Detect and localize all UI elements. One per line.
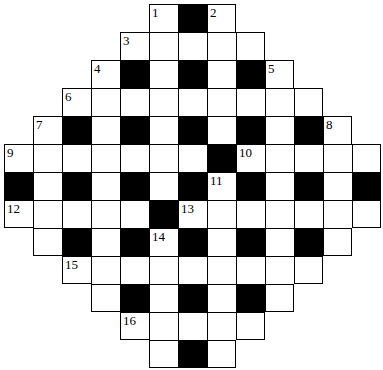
white-cell[interactable] <box>149 32 178 60</box>
white-cell[interactable] <box>91 228 120 256</box>
white-cell[interactable] <box>236 32 265 60</box>
white-cell[interactable]: 2 <box>207 4 236 32</box>
black-cell <box>149 200 178 228</box>
black-cell <box>294 172 323 200</box>
white-cell[interactable]: 1 <box>149 4 178 32</box>
white-cell[interactable] <box>265 256 294 284</box>
white-cell[interactable] <box>33 144 62 172</box>
black-cell <box>178 228 207 256</box>
black-cell <box>120 172 149 200</box>
black-cell <box>294 116 323 144</box>
white-cell[interactable] <box>207 340 236 368</box>
white-cell[interactable]: 11 <box>207 172 236 200</box>
clue-number: 2 <box>210 6 217 19</box>
black-cell <box>236 60 265 88</box>
black-cell <box>62 172 91 200</box>
white-cell[interactable] <box>236 312 265 340</box>
clue-number: 10 <box>239 146 252 159</box>
white-cell[interactable]: 4 <box>91 60 120 88</box>
white-cell[interactable] <box>149 88 178 116</box>
white-cell[interactable] <box>207 88 236 116</box>
black-cell <box>178 60 207 88</box>
white-cell[interactable] <box>62 200 91 228</box>
white-cell[interactable] <box>178 144 207 172</box>
white-cell[interactable]: 13 <box>178 200 207 228</box>
clue-number: 16 <box>123 314 136 327</box>
clue-number: 5 <box>268 62 275 75</box>
white-cell[interactable] <box>149 172 178 200</box>
white-cell[interactable] <box>323 228 352 256</box>
white-cell[interactable] <box>207 116 236 144</box>
white-cell[interactable] <box>62 144 91 172</box>
white-cell[interactable] <box>236 256 265 284</box>
white-cell[interactable] <box>352 144 381 172</box>
white-cell[interactable] <box>265 88 294 116</box>
clue-number: 11 <box>210 174 223 187</box>
white-cell[interactable] <box>33 172 62 200</box>
black-cell <box>120 60 149 88</box>
black-cell <box>207 144 236 172</box>
white-cell[interactable] <box>91 144 120 172</box>
black-cell <box>236 284 265 312</box>
crossword-page: 12345678910111213141516 <box>0 0 383 370</box>
white-cell[interactable]: 5 <box>265 60 294 88</box>
black-cell <box>178 340 207 368</box>
white-cell[interactable] <box>294 144 323 172</box>
white-cell[interactable] <box>207 312 236 340</box>
white-cell[interactable] <box>91 256 120 284</box>
black-cell <box>236 228 265 256</box>
white-cell[interactable] <box>120 200 149 228</box>
clue-number: 8 <box>326 118 333 131</box>
black-cell <box>236 116 265 144</box>
black-cell <box>178 4 207 32</box>
white-cell[interactable] <box>294 88 323 116</box>
white-cell[interactable] <box>265 172 294 200</box>
white-cell[interactable] <box>149 256 178 284</box>
clue-number: 13 <box>181 202 194 215</box>
clue-number: 12 <box>7 202 20 215</box>
black-cell <box>120 116 149 144</box>
white-cell[interactable] <box>207 284 236 312</box>
white-cell[interactable]: 16 <box>120 312 149 340</box>
white-cell[interactable] <box>265 116 294 144</box>
black-cell <box>352 172 381 200</box>
crossword-board: 12345678910111213141516 <box>4 4 381 368</box>
white-cell[interactable]: 7 <box>33 116 62 144</box>
white-cell[interactable] <box>149 340 178 368</box>
white-cell[interactable] <box>149 312 178 340</box>
white-cell[interactable] <box>33 228 62 256</box>
black-cell <box>62 228 91 256</box>
white-cell[interactable] <box>91 284 120 312</box>
white-cell[interactable]: 9 <box>4 144 33 172</box>
clue-number: 15 <box>65 258 78 271</box>
white-cell[interactable]: 6 <box>62 88 91 116</box>
white-cell[interactable] <box>178 256 207 284</box>
white-cell[interactable] <box>178 88 207 116</box>
white-cell[interactable]: 10 <box>236 144 265 172</box>
white-cell[interactable] <box>91 88 120 116</box>
clue-number: 7 <box>36 118 43 131</box>
white-cell[interactable] <box>265 228 294 256</box>
black-cell <box>294 228 323 256</box>
white-cell[interactable] <box>120 88 149 116</box>
black-cell <box>62 116 91 144</box>
white-cell[interactable]: 8 <box>323 116 352 144</box>
black-cell <box>236 172 265 200</box>
clue-number: 9 <box>7 146 14 159</box>
white-cell[interactable] <box>323 144 352 172</box>
white-cell[interactable] <box>149 284 178 312</box>
white-cell[interactable] <box>207 256 236 284</box>
white-cell[interactable] <box>149 144 178 172</box>
white-cell[interactable]: 12 <box>4 200 33 228</box>
white-cell[interactable]: 14 <box>149 228 178 256</box>
clue-number: 3 <box>123 34 130 47</box>
white-cell[interactable] <box>149 60 178 88</box>
white-cell[interactable] <box>236 88 265 116</box>
white-cell[interactable] <box>207 228 236 256</box>
white-cell[interactable] <box>207 200 236 228</box>
white-cell[interactable] <box>294 256 323 284</box>
white-cell[interactable] <box>352 200 381 228</box>
black-cell <box>178 284 207 312</box>
white-cell[interactable]: 15 <box>62 256 91 284</box>
white-cell[interactable] <box>149 116 178 144</box>
white-cell[interactable] <box>91 200 120 228</box>
white-cell[interactable]: 3 <box>120 32 149 60</box>
white-cell[interactable] <box>323 200 352 228</box>
clue-number: 6 <box>65 90 72 103</box>
black-cell <box>120 284 149 312</box>
clue-number: 4 <box>94 62 101 75</box>
white-cell[interactable] <box>207 32 236 60</box>
black-cell <box>4 172 33 200</box>
white-cell[interactable] <box>120 144 149 172</box>
white-cell[interactable] <box>120 256 149 284</box>
white-cell[interactable] <box>91 116 120 144</box>
white-cell[interactable] <box>265 284 294 312</box>
white-cell[interactable] <box>178 312 207 340</box>
white-cell[interactable] <box>207 60 236 88</box>
white-cell[interactable] <box>323 172 352 200</box>
white-cell[interactable] <box>265 200 294 228</box>
clue-number: 14 <box>152 230 165 243</box>
white-cell[interactable] <box>265 144 294 172</box>
white-cell[interactable] <box>236 200 265 228</box>
white-cell[interactable] <box>91 172 120 200</box>
white-cell[interactable] <box>178 32 207 60</box>
clue-number: 1 <box>152 6 159 19</box>
black-cell <box>178 116 207 144</box>
black-cell <box>178 172 207 200</box>
white-cell[interactable] <box>33 200 62 228</box>
black-cell <box>120 228 149 256</box>
white-cell[interactable] <box>294 200 323 228</box>
